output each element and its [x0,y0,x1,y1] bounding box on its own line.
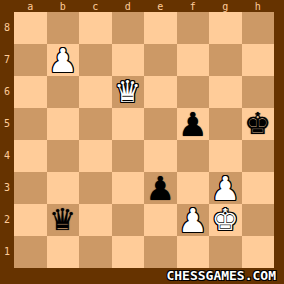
square-f7[interactable] [177,44,210,76]
square-b6[interactable] [47,76,80,108]
square-g8[interactable] [209,12,242,44]
square-h3[interactable] [242,172,275,204]
square-b7[interactable]: ♟ [47,44,80,76]
square-g7[interactable] [209,44,242,76]
square-g6[interactable] [209,76,242,108]
chess-diagram-frame: abcdefgh 87654321 ♟♛♟♚♟♟♛♟♚ CHESSGAMES.C… [0,0,284,284]
rank-label-6: 6 [0,76,14,108]
square-e5[interactable] [144,108,177,140]
square-f6[interactable] [177,76,210,108]
square-b5[interactable] [47,108,80,140]
square-c8[interactable] [79,12,112,44]
square-b3[interactable] [47,172,80,204]
square-h8[interactable] [242,12,275,44]
square-f1[interactable] [177,236,210,268]
square-c6[interactable] [79,76,112,108]
square-h4[interactable] [242,140,275,172]
square-b2[interactable]: ♛ [47,204,80,236]
square-e2[interactable] [144,204,177,236]
square-a7[interactable] [14,44,47,76]
square-a8[interactable] [14,12,47,44]
piece-white-queen[interactable]: ♛ [112,76,145,108]
piece-black-pawn[interactable]: ♟ [177,108,210,140]
square-c7[interactable] [79,44,112,76]
square-h7[interactable] [242,44,275,76]
square-f5[interactable]: ♟ [177,108,210,140]
square-d8[interactable] [112,12,145,44]
square-c3[interactable] [79,172,112,204]
rank-labels: 87654321 [0,12,14,268]
square-e4[interactable] [144,140,177,172]
square-d7[interactable] [112,44,145,76]
chess-board: ♟♛♟♚♟♟♛♟♚ [14,12,274,268]
square-d3[interactable] [112,172,145,204]
square-a3[interactable] [14,172,47,204]
rank-label-1: 1 [0,236,14,268]
rank-label-2: 2 [0,204,14,236]
piece-black-queen[interactable]: ♛ [47,204,80,236]
square-b8[interactable] [47,12,80,44]
square-g5[interactable] [209,108,242,140]
square-d4[interactable] [112,140,145,172]
rank-label-7: 7 [0,44,14,76]
rank-label-8: 8 [0,12,14,44]
square-c5[interactable] [79,108,112,140]
square-h1[interactable] [242,236,275,268]
square-g3[interactable]: ♟ [209,172,242,204]
square-g2[interactable]: ♚ [209,204,242,236]
watermark-text: CHESSGAMES.COM [166,268,276,283]
square-a6[interactable] [14,76,47,108]
square-c2[interactable] [79,204,112,236]
square-c1[interactable] [79,236,112,268]
square-a5[interactable] [14,108,47,140]
square-g1[interactable] [209,236,242,268]
rank-label-4: 4 [0,140,14,172]
file-labels: abcdefgh [14,0,274,12]
square-c4[interactable] [79,140,112,172]
piece-white-pawn[interactable]: ♟ [177,204,210,236]
square-e7[interactable] [144,44,177,76]
square-h5[interactable]: ♚ [242,108,275,140]
square-g4[interactable] [209,140,242,172]
square-f8[interactable] [177,12,210,44]
square-e6[interactable] [144,76,177,108]
square-e1[interactable] [144,236,177,268]
piece-black-king[interactable]: ♚ [242,108,275,140]
rank-label-3: 3 [0,172,14,204]
square-d1[interactable] [112,236,145,268]
square-b4[interactable] [47,140,80,172]
square-a1[interactable] [14,236,47,268]
square-e8[interactable] [144,12,177,44]
square-h2[interactable] [242,204,275,236]
square-f2[interactable]: ♟ [177,204,210,236]
square-a2[interactable] [14,204,47,236]
piece-white-pawn[interactable]: ♟ [209,172,242,204]
square-f3[interactable] [177,172,210,204]
square-h6[interactable] [242,76,275,108]
square-a4[interactable] [14,140,47,172]
rank-label-5: 5 [0,108,14,140]
square-f4[interactable] [177,140,210,172]
square-d5[interactable] [112,108,145,140]
square-e3[interactable]: ♟ [144,172,177,204]
piece-black-pawn[interactable]: ♟ [144,172,177,204]
square-b1[interactable] [47,236,80,268]
square-d6[interactable]: ♛ [112,76,145,108]
piece-white-pawn[interactable]: ♟ [47,44,80,76]
piece-white-king[interactable]: ♚ [209,204,242,236]
square-d2[interactable] [112,204,145,236]
